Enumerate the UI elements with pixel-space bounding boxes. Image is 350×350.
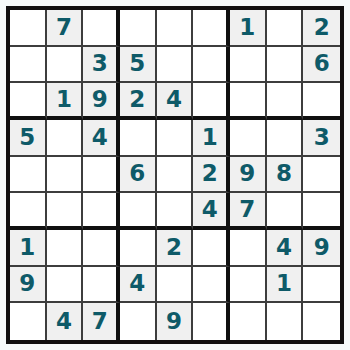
- cell-r4c7[interactable]: [230, 120, 267, 157]
- sudoku-board: 712356192454136298471249941479: [6, 6, 344, 344]
- cell-r8c5[interactable]: [157, 267, 194, 304]
- cell-r3c9[interactable]: [303, 83, 340, 120]
- cell-r9c4[interactable]: [120, 303, 157, 340]
- cell-r6c3[interactable]: [83, 193, 120, 230]
- cell-r9c2[interactable]: 4: [47, 303, 84, 340]
- cell-r9c1[interactable]: [10, 303, 47, 340]
- cell-r1c1[interactable]: [10, 10, 47, 47]
- cell-r4c6[interactable]: 1: [193, 120, 230, 157]
- cell-r3c7[interactable]: [230, 83, 267, 120]
- cell-r2c6[interactable]: [193, 47, 230, 84]
- cell-r5c1[interactable]: [10, 157, 47, 194]
- cell-r6c1[interactable]: [10, 193, 47, 230]
- cell-r2c7[interactable]: [230, 47, 267, 84]
- cell-r2c8[interactable]: [267, 47, 304, 84]
- cell-r5c7[interactable]: 9: [230, 157, 267, 194]
- cell-r9c9[interactable]: [303, 303, 340, 340]
- cell-r4c4[interactable]: [120, 120, 157, 157]
- cell-r8c8[interactable]: 1: [267, 267, 304, 304]
- cell-r2c5[interactable]: [157, 47, 194, 84]
- cell-r3c6[interactable]: [193, 83, 230, 120]
- cell-r5c3[interactable]: [83, 157, 120, 194]
- cell-r7c4[interactable]: [120, 230, 157, 267]
- cell-r5c4[interactable]: 6: [120, 157, 157, 194]
- cell-r3c8[interactable]: [267, 83, 304, 120]
- cell-r7c6[interactable]: [193, 230, 230, 267]
- cell-r9c5[interactable]: 9: [157, 303, 194, 340]
- cell-r2c3[interactable]: 3: [83, 47, 120, 84]
- cell-r2c4[interactable]: 5: [120, 47, 157, 84]
- cell-r6c2[interactable]: [47, 193, 84, 230]
- cell-r5c8[interactable]: 8: [267, 157, 304, 194]
- cell-r8c7[interactable]: [230, 267, 267, 304]
- cell-r7c9[interactable]: 9: [303, 230, 340, 267]
- cell-r4c3[interactable]: 4: [83, 120, 120, 157]
- cell-r6c8[interactable]: [267, 193, 304, 230]
- cell-r6c6[interactable]: 4: [193, 193, 230, 230]
- cell-r4c2[interactable]: [47, 120, 84, 157]
- cell-r4c9[interactable]: 3: [303, 120, 340, 157]
- cell-r8c3[interactable]: [83, 267, 120, 304]
- cell-r8c1[interactable]: 9: [10, 267, 47, 304]
- cell-r6c9[interactable]: [303, 193, 340, 230]
- cell-r1c3[interactable]: [83, 10, 120, 47]
- cell-r1c2[interactable]: 7: [47, 10, 84, 47]
- cell-r1c4[interactable]: [120, 10, 157, 47]
- cell-r9c7[interactable]: [230, 303, 267, 340]
- cell-r5c5[interactable]: [157, 157, 194, 194]
- cell-r8c6[interactable]: [193, 267, 230, 304]
- sudoku-page: 712356192454136298471249941479: [0, 0, 350, 350]
- cell-r5c2[interactable]: [47, 157, 84, 194]
- cell-r7c3[interactable]: [83, 230, 120, 267]
- cell-r5c9[interactable]: [303, 157, 340, 194]
- cell-r8c4[interactable]: 4: [120, 267, 157, 304]
- cell-r2c1[interactable]: [10, 47, 47, 84]
- cell-r6c7[interactable]: 7: [230, 193, 267, 230]
- cell-r3c1[interactable]: [10, 83, 47, 120]
- cell-r7c5[interactable]: 2: [157, 230, 194, 267]
- cell-r1c6[interactable]: [193, 10, 230, 47]
- cell-r7c8[interactable]: 4: [267, 230, 304, 267]
- cell-r4c1[interactable]: 5: [10, 120, 47, 157]
- cell-r3c2[interactable]: 1: [47, 83, 84, 120]
- cell-r7c2[interactable]: [47, 230, 84, 267]
- cell-r1c9[interactable]: 2: [303, 10, 340, 47]
- cell-r5c6[interactable]: 2: [193, 157, 230, 194]
- cell-r6c5[interactable]: [157, 193, 194, 230]
- cell-r4c8[interactable]: [267, 120, 304, 157]
- cell-r6c4[interactable]: [120, 193, 157, 230]
- cell-r7c7[interactable]: [230, 230, 267, 267]
- cell-r4c5[interactable]: [157, 120, 194, 157]
- cell-r9c3[interactable]: 7: [83, 303, 120, 340]
- cell-r1c5[interactable]: [157, 10, 194, 47]
- cell-r1c7[interactable]: 1: [230, 10, 267, 47]
- cell-r9c8[interactable]: [267, 303, 304, 340]
- cell-r3c4[interactable]: 2: [120, 83, 157, 120]
- cell-r2c2[interactable]: [47, 47, 84, 84]
- cell-r7c1[interactable]: 1: [10, 230, 47, 267]
- cell-r8c9[interactable]: [303, 267, 340, 304]
- cell-r8c2[interactable]: [47, 267, 84, 304]
- cell-r9c6[interactable]: [193, 303, 230, 340]
- cell-r3c3[interactable]: 9: [83, 83, 120, 120]
- cell-r3c5[interactable]: 4: [157, 83, 194, 120]
- cell-r2c9[interactable]: 6: [303, 47, 340, 84]
- cell-r1c8[interactable]: [267, 10, 304, 47]
